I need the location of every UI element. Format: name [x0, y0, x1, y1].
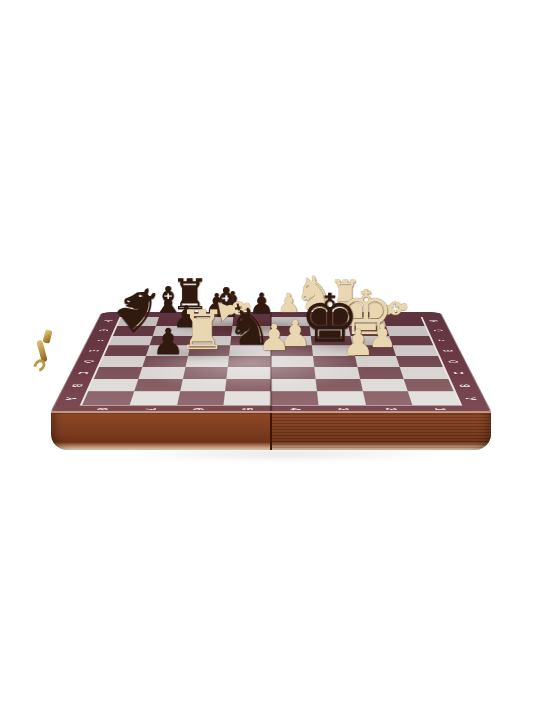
- light-rook: ♜: [178, 304, 226, 358]
- pieces-layer: ♞♟♟♜♝♟♟♝♞♟♚♜♝♟♟♟♞♜♚♟♝♟: [0, 0, 540, 720]
- scene: HGFEDCBA HGFEDCBA 87654321 ♞♟♟♜♝♟♟♝♞♟♚♜♝…: [0, 0, 540, 720]
- light-pawn: ♟: [342, 325, 374, 361]
- light-pawn: ♟: [258, 320, 290, 356]
- product-photo-chess-set: HGFEDCBA HGFEDCBA 87654321 ♞♟♟♜♝♟♟♝♞♟♚♜♝…: [0, 0, 540, 720]
- dark-pawn: ♟: [152, 324, 184, 360]
